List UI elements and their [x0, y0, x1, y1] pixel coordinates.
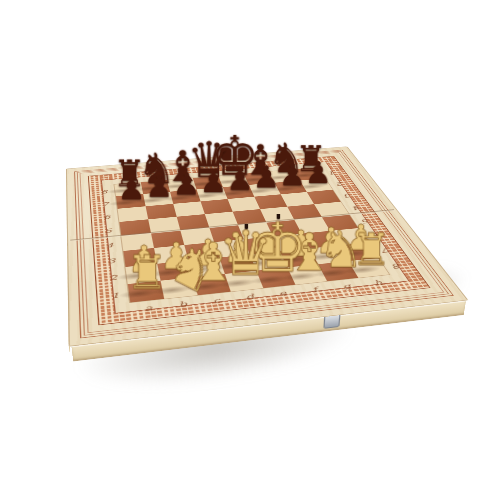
- dark-finial: [243, 219, 246, 229]
- chess-board: 8765432112345678abcdefgh♜♞♝♛♚♝♞♜♟♟♟♟♟♟♟♟…: [66, 146, 468, 346]
- dark-finial: [275, 209, 278, 219]
- product-photo: 8765432112345678abcdefgh♜♞♝♛♚♝♞♜♟♟♟♟♟♟♟♟…: [0, 0, 500, 500]
- scene-perspective: 8765432112345678abcdefgh♜♞♝♛♚♝♞♜♟♟♟♟♟♟♟♟…: [70, 57, 406, 393]
- latch-clasp: [323, 312, 340, 329]
- piece-black-pawn-a7: ♟: [101, 172, 162, 203]
- piece-white-rook-a1: ♜: [109, 249, 183, 295]
